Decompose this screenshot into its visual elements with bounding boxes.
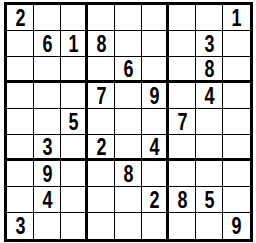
given-digit: 8 (123, 162, 133, 186)
cell-r9c8[interactable] (196, 213, 223, 239)
given-digit: 7 (177, 110, 187, 134)
cell-r9c5[interactable] (115, 213, 142, 239)
cell-r1c8[interactable] (196, 5, 223, 31)
cell-r7c4[interactable] (88, 161, 115, 187)
given-digit: 8 (96, 32, 106, 56)
cell-r3c3[interactable] (61, 57, 88, 83)
cell-r7c9[interactable] (223, 161, 250, 187)
cell-r7c5[interactable]: 8 (115, 161, 142, 187)
cell-r8c6[interactable]: 2 (142, 187, 169, 213)
cell-r3c7[interactable] (169, 57, 196, 83)
cell-r3c2[interactable] (34, 57, 61, 83)
cell-r8c8[interactable]: 5 (196, 187, 223, 213)
cell-r2c3[interactable]: 1 (61, 31, 88, 57)
cell-r4c5[interactable] (115, 83, 142, 109)
cell-r1c7[interactable] (169, 5, 196, 31)
cell-r8c1[interactable] (7, 187, 34, 213)
given-digit: 6 (123, 57, 133, 81)
given-digit: 3 (42, 135, 52, 159)
cell-r7c8[interactable] (196, 161, 223, 187)
cell-r6c4[interactable]: 2 (88, 135, 115, 161)
cell-r3c1[interactable] (7, 57, 34, 83)
cell-r2c5[interactable] (115, 31, 142, 57)
cell-r7c2[interactable]: 9 (34, 161, 61, 187)
cell-r1c2[interactable] (34, 5, 61, 31)
cell-r8c9[interactable] (223, 187, 250, 213)
cell-r6c3[interactable] (61, 135, 88, 161)
cell-r2c7[interactable] (169, 31, 196, 57)
cell-r6c2[interactable]: 3 (34, 135, 61, 161)
cell-r9c1[interactable]: 3 (7, 213, 34, 239)
given-digit: 4 (149, 135, 159, 159)
cell-r1c5[interactable] (115, 5, 142, 31)
cell-r8c2[interactable]: 4 (34, 187, 61, 213)
cell-r5c7[interactable]: 7 (169, 109, 196, 135)
given-digit: 5 (68, 110, 78, 134)
cell-r4c6[interactable]: 9 (142, 83, 169, 109)
cell-r1c4[interactable] (88, 5, 115, 31)
cell-r6c8[interactable] (196, 135, 223, 161)
cell-r3c4[interactable] (88, 57, 115, 83)
given-digit: 7 (96, 84, 106, 108)
board-wrapper: 216183687945732498428539 (0, 0, 256, 242)
given-digit: 6 (42, 32, 52, 56)
cell-r7c3[interactable] (61, 161, 88, 187)
given-digit: 3 (204, 32, 214, 56)
cell-r3c9[interactable] (223, 57, 250, 83)
given-digit: 1 (232, 6, 242, 30)
cell-r3c5[interactable]: 6 (115, 57, 142, 83)
given-digit: 9 (149, 84, 159, 108)
cell-r5c2[interactable] (34, 109, 61, 135)
given-digit: 2 (96, 135, 106, 159)
cell-r2c4[interactable]: 8 (88, 31, 115, 57)
cell-r4c4[interactable]: 7 (88, 83, 115, 109)
cell-r8c3[interactable] (61, 187, 88, 213)
cell-r6c5[interactable] (115, 135, 142, 161)
cell-r6c1[interactable] (7, 135, 34, 161)
cell-r9c4[interactable] (88, 213, 115, 239)
cell-r5c1[interactable] (7, 109, 34, 135)
cell-r3c6[interactable] (142, 57, 169, 83)
given-digit: 8 (177, 188, 187, 212)
cell-r5c8[interactable] (196, 109, 223, 135)
cell-r1c9[interactable]: 1 (223, 5, 250, 31)
cell-r9c6[interactable] (142, 213, 169, 239)
cell-r9c2[interactable] (34, 213, 61, 239)
cell-r4c2[interactable] (34, 83, 61, 109)
cell-r8c4[interactable] (88, 187, 115, 213)
cell-r9c9[interactable]: 9 (223, 213, 250, 239)
given-digit: 8 (204, 57, 214, 81)
cell-r7c1[interactable] (7, 161, 34, 187)
cell-r2c6[interactable] (142, 31, 169, 57)
cell-r4c1[interactable] (7, 83, 34, 109)
cell-r5c6[interactable] (142, 109, 169, 135)
cell-r6c7[interactable] (169, 135, 196, 161)
cell-r5c4[interactable] (88, 109, 115, 135)
cell-r1c1[interactable]: 2 (7, 5, 34, 31)
given-digit: 5 (204, 188, 214, 212)
given-digit: 1 (68, 32, 78, 56)
cell-r1c3[interactable] (61, 5, 88, 31)
cell-r4c3[interactable] (61, 83, 88, 109)
cell-r3c8[interactable]: 8 (196, 57, 223, 83)
cell-r4c9[interactable] (223, 83, 250, 109)
given-digit: 9 (232, 214, 242, 238)
given-digit: 2 (15, 6, 25, 30)
cell-r4c7[interactable] (169, 83, 196, 109)
cell-r2c2[interactable]: 6 (34, 31, 61, 57)
cell-r6c9[interactable] (223, 135, 250, 161)
given-digit: 9 (42, 162, 52, 186)
cell-r5c3[interactable]: 5 (61, 109, 88, 135)
cell-r5c9[interactable] (223, 109, 250, 135)
cell-r7c6[interactable] (142, 161, 169, 187)
cell-r7c7[interactable] (169, 161, 196, 187)
cell-r9c7[interactable] (169, 213, 196, 239)
given-digit: 3 (15, 214, 25, 238)
cell-r4c8[interactable]: 4 (196, 83, 223, 109)
given-digit: 2 (149, 188, 159, 212)
cell-r8c5[interactable] (115, 187, 142, 213)
given-digit: 4 (42, 188, 52, 212)
cell-r2c9[interactable] (223, 31, 250, 57)
cell-r8c7[interactable]: 8 (169, 187, 196, 213)
cell-r9c3[interactable] (61, 213, 88, 239)
cell-r6c6[interactable]: 4 (142, 135, 169, 161)
given-digit: 4 (204, 84, 214, 108)
cell-r2c8[interactable]: 3 (196, 31, 223, 57)
sudoku-board: 216183687945732498428539 (4, 2, 253, 242)
cell-r1c6[interactable] (142, 5, 169, 31)
cell-r2c1[interactable] (7, 31, 34, 57)
cell-r5c5[interactable] (115, 109, 142, 135)
